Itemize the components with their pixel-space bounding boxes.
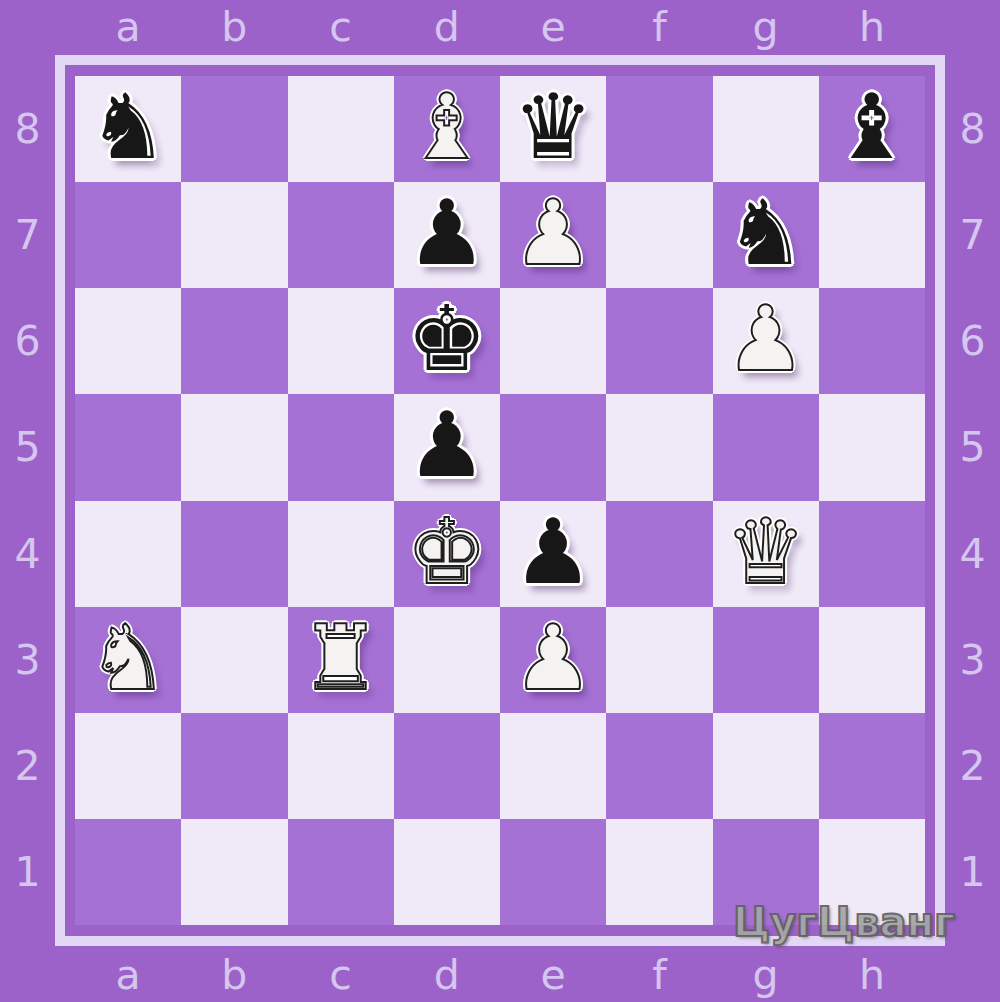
square-c4[interactable] (288, 501, 394, 607)
square-c1[interactable] (288, 819, 394, 925)
square-c3[interactable]: ♜ (288, 607, 394, 713)
rank-labels-left: 87654321 (0, 76, 55, 925)
square-h1[interactable] (819, 819, 925, 925)
file-label-bottom-f: f (606, 948, 712, 1002)
square-f4[interactable] (606, 501, 712, 607)
chess-board: ♞♝♛♝♟♟♞♚♟♟♚♟♛♞♜♟ (75, 76, 925, 925)
square-b1[interactable] (181, 819, 287, 925)
square-f5[interactable] (606, 394, 712, 500)
square-d7[interactable]: ♟ (394, 182, 500, 288)
square-e1[interactable] (500, 819, 606, 925)
rank-label-right-3: 3 (945, 607, 1000, 713)
square-d5[interactable]: ♟ (394, 394, 500, 500)
square-a7[interactable] (75, 182, 181, 288)
square-h8[interactable]: ♝ (819, 76, 925, 182)
file-label-bottom-b: b (181, 948, 287, 1002)
rank-label-right-5: 5 (945, 394, 1000, 500)
file-label-top-e: e (500, 0, 606, 54)
file-label-top-d: d (394, 0, 500, 54)
square-a5[interactable] (75, 394, 181, 500)
black-pawn: ♟ (407, 188, 488, 278)
file-label-top-c: c (288, 0, 394, 54)
square-a6[interactable] (75, 288, 181, 394)
black-king: ♚ (407, 294, 488, 384)
square-e5[interactable] (500, 394, 606, 500)
rank-label-left-6: 6 (0, 288, 55, 394)
square-g2[interactable] (713, 713, 819, 819)
square-g6[interactable]: ♟ (713, 288, 819, 394)
rank-label-left-1: 1 (0, 819, 55, 925)
rank-label-left-7: 7 (0, 182, 55, 288)
file-label-top-h: h (819, 0, 925, 54)
rank-label-right-2: 2 (945, 713, 1000, 819)
square-h5[interactable] (819, 394, 925, 500)
square-d3[interactable] (394, 607, 500, 713)
square-b8[interactable] (181, 76, 287, 182)
square-b2[interactable] (181, 713, 287, 819)
square-f2[interactable] (606, 713, 712, 819)
square-d2[interactable] (394, 713, 500, 819)
black-pawn: ♟ (513, 507, 594, 597)
rank-label-right-7: 7 (945, 182, 1000, 288)
white-pawn: ♟ (725, 294, 806, 384)
square-f8[interactable] (606, 76, 712, 182)
square-e4[interactable]: ♟ (500, 501, 606, 607)
square-h6[interactable] (819, 288, 925, 394)
square-c8[interactable] (288, 76, 394, 182)
square-g7[interactable]: ♞ (713, 182, 819, 288)
square-e8[interactable]: ♛ (500, 76, 606, 182)
square-a3[interactable]: ♞ (75, 607, 181, 713)
file-label-top-a: a (75, 0, 181, 54)
black-knight: ♞ (88, 82, 169, 172)
rank-label-right-8: 8 (945, 76, 1000, 182)
square-b6[interactable] (181, 288, 287, 394)
rank-label-right-1: 1 (945, 819, 1000, 925)
black-pawn: ♟ (407, 400, 488, 490)
square-e7[interactable]: ♟ (500, 182, 606, 288)
rank-label-left-3: 3 (0, 607, 55, 713)
white-pawn: ♟ (513, 188, 594, 278)
square-b5[interactable] (181, 394, 287, 500)
square-e6[interactable] (500, 288, 606, 394)
chess-diagram: abcdefgh abcdefgh 87654321 87654321 ♞♝♛♝… (0, 0, 1000, 1002)
square-b7[interactable] (181, 182, 287, 288)
black-queen: ♛ (513, 82, 594, 172)
square-a2[interactable] (75, 713, 181, 819)
white-queen: ♛ (725, 507, 806, 597)
square-c6[interactable] (288, 288, 394, 394)
white-knight: ♞ (88, 613, 169, 703)
square-c2[interactable] (288, 713, 394, 819)
file-labels-top: abcdefgh (75, 0, 925, 54)
square-f1[interactable] (606, 819, 712, 925)
file-label-top-b: b (181, 0, 287, 54)
rank-labels-right: 87654321 (945, 76, 1000, 925)
square-c7[interactable] (288, 182, 394, 288)
square-d8[interactable]: ♝ (394, 76, 500, 182)
square-a8[interactable]: ♞ (75, 76, 181, 182)
square-h2[interactable] (819, 713, 925, 819)
file-labels-bottom: abcdefgh (75, 948, 925, 1002)
file-label-bottom-d: d (394, 948, 500, 1002)
file-label-bottom-g: g (713, 948, 819, 1002)
rank-label-left-8: 8 (0, 76, 55, 182)
square-g5[interactable] (713, 394, 819, 500)
square-d6[interactable]: ♚ (394, 288, 500, 394)
square-d1[interactable] (394, 819, 500, 925)
white-king: ♚ (407, 507, 488, 597)
square-c5[interactable] (288, 394, 394, 500)
file-label-bottom-c: c (288, 948, 394, 1002)
file-label-bottom-h: h (819, 948, 925, 1002)
rank-label-right-4: 4 (945, 501, 1000, 607)
file-label-bottom-a: a (75, 948, 181, 1002)
square-g8[interactable] (713, 76, 819, 182)
rank-label-left-4: 4 (0, 501, 55, 607)
square-a1[interactable] (75, 819, 181, 925)
square-e3[interactable]: ♟ (500, 607, 606, 713)
file-label-bottom-e: e (500, 948, 606, 1002)
square-h7[interactable] (819, 182, 925, 288)
white-pawn: ♟ (513, 613, 594, 703)
rank-label-left-5: 5 (0, 394, 55, 500)
square-d4[interactable]: ♚ (394, 501, 500, 607)
square-g1[interactable] (713, 819, 819, 925)
square-g3[interactable] (713, 607, 819, 713)
square-f3[interactable] (606, 607, 712, 713)
square-a4[interactable] (75, 501, 181, 607)
black-bishop: ♝ (832, 82, 913, 172)
white-rook: ♜ (300, 613, 381, 703)
square-b4[interactable] (181, 501, 287, 607)
square-b3[interactable] (181, 607, 287, 713)
rank-label-right-6: 6 (945, 288, 1000, 394)
file-label-top-f: f (606, 0, 712, 54)
square-h4[interactable] (819, 501, 925, 607)
file-label-top-g: g (713, 0, 819, 54)
white-bishop: ♝ (407, 82, 488, 172)
square-f6[interactable] (606, 288, 712, 394)
square-h3[interactable] (819, 607, 925, 713)
rank-label-left-2: 2 (0, 713, 55, 819)
square-e2[interactable] (500, 713, 606, 819)
black-knight: ♞ (725, 188, 806, 278)
square-f7[interactable] (606, 182, 712, 288)
square-g4[interactable]: ♛ (713, 501, 819, 607)
